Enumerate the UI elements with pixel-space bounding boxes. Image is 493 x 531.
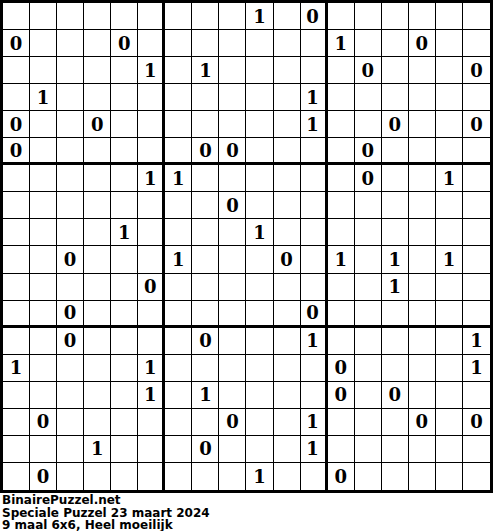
empty-cell-r14c11[interactable] xyxy=(301,382,328,409)
empty-cell-r8c8[interactable] xyxy=(219,219,246,246)
empty-cell-r10c6[interactable] xyxy=(165,274,192,301)
empty-cell-r1c17[interactable] xyxy=(463,30,490,57)
clue-cell-r1c4: 0 xyxy=(111,30,138,57)
empty-cell-r13c10[interactable] xyxy=(274,355,301,382)
empty-cell-r5c12[interactable] xyxy=(328,138,355,165)
empty-cell-r11c12[interactable] xyxy=(328,301,355,328)
clue-cell-r2c17: 0 xyxy=(463,57,490,84)
empty-cell-r2c0[interactable] xyxy=(3,57,30,84)
empty-cell-r4c16[interactable] xyxy=(436,111,463,138)
empty-cell-r6c3[interactable] xyxy=(84,165,111,192)
empty-cell-r10c16[interactable] xyxy=(436,274,463,301)
empty-cell-r12c13[interactable] xyxy=(355,328,382,355)
empty-cell-r10c3[interactable] xyxy=(84,274,111,301)
clue-cell-r9c16: 1 xyxy=(436,246,463,273)
empty-cell-r1c3[interactable] xyxy=(84,30,111,57)
empty-cell-r5c16[interactable] xyxy=(436,138,463,165)
empty-cell-r17c7[interactable] xyxy=(192,463,219,490)
empty-cell-r2c3[interactable] xyxy=(84,57,111,84)
empty-cell-r4c9[interactable] xyxy=(246,111,273,138)
empty-cell-r13c4[interactable] xyxy=(111,355,138,382)
empty-cell-r13c16[interactable] xyxy=(436,355,463,382)
empty-cell-r16c12[interactable] xyxy=(328,436,355,463)
empty-cell-r8c7[interactable] xyxy=(192,219,219,246)
empty-cell-r12c14[interactable] xyxy=(382,328,409,355)
empty-cell-r12c12[interactable] xyxy=(328,328,355,355)
empty-cell-r7c2[interactable] xyxy=(57,192,84,219)
empty-cell-r3c5[interactable] xyxy=(138,84,165,111)
empty-cell-r5c11[interactable] xyxy=(301,138,328,165)
empty-cell-r3c10[interactable] xyxy=(274,84,301,111)
empty-cell-r6c2[interactable] xyxy=(57,165,84,192)
empty-cell-r11c3[interactable] xyxy=(84,301,111,328)
empty-cell-r6c12[interactable] xyxy=(328,165,355,192)
clue-cell-r17c12: 0 xyxy=(328,463,355,490)
empty-cell-r3c7[interactable] xyxy=(192,84,219,111)
empty-cell-r6c0[interactable] xyxy=(3,165,30,192)
empty-cell-r14c13[interactable] xyxy=(355,382,382,409)
clue-cell-r8c9: 1 xyxy=(246,219,273,246)
empty-cell-r3c3[interactable] xyxy=(84,84,111,111)
empty-cell-r2c16[interactable] xyxy=(436,57,463,84)
empty-cell-r9c15[interactable] xyxy=(409,246,436,273)
clue-cell-r14c5: 1 xyxy=(138,382,165,409)
empty-cell-r0c7[interactable] xyxy=(192,3,219,30)
empty-cell-r11c6[interactable] xyxy=(165,301,192,328)
empty-cell-r14c16[interactable] xyxy=(436,382,463,409)
empty-cell-r10c1[interactable] xyxy=(30,274,57,301)
empty-cell-r8c11[interactable] xyxy=(301,219,328,246)
empty-cell-r16c13[interactable] xyxy=(355,436,382,463)
clue-cell-r9c14: 1 xyxy=(382,246,409,273)
empty-cell-r0c13[interactable] xyxy=(355,3,382,30)
empty-cell-r13c1[interactable] xyxy=(30,355,57,382)
empty-cell-r2c6[interactable] xyxy=(165,57,192,84)
empty-cell-r15c9[interactable] xyxy=(246,409,273,436)
empty-cell-r8c3[interactable] xyxy=(84,219,111,246)
empty-cell-r11c17[interactable] xyxy=(463,301,490,328)
empty-cell-r11c15[interactable] xyxy=(409,301,436,328)
empty-cell-r0c6[interactable] xyxy=(165,3,192,30)
empty-cell-r2c8[interactable] xyxy=(219,57,246,84)
empty-cell-r2c4[interactable] xyxy=(111,57,138,84)
empty-cell-r10c17[interactable] xyxy=(463,274,490,301)
empty-cell-r13c14[interactable] xyxy=(382,355,409,382)
empty-cell-r10c2[interactable] xyxy=(57,274,84,301)
empty-cell-r11c16[interactable] xyxy=(436,301,463,328)
empty-cell-r15c0[interactable] xyxy=(3,409,30,436)
empty-cell-r7c1[interactable] xyxy=(30,192,57,219)
empty-cell-r7c16[interactable] xyxy=(436,192,463,219)
empty-cell-r6c17[interactable] xyxy=(463,165,490,192)
puzzle-spec: 9 maal 6x6, Heel moeilijk xyxy=(2,519,493,531)
empty-cell-r16c16[interactable] xyxy=(436,436,463,463)
empty-cell-r0c14[interactable] xyxy=(382,3,409,30)
empty-cell-r0c5[interactable] xyxy=(138,3,165,30)
empty-cell-r11c0[interactable] xyxy=(3,301,30,328)
empty-cell-r15c3[interactable] xyxy=(84,409,111,436)
empty-cell-r8c2[interactable] xyxy=(57,219,84,246)
empty-cell-r11c7[interactable] xyxy=(192,301,219,328)
empty-cell-r17c2[interactable] xyxy=(57,463,84,490)
empty-cell-r12c3[interactable] xyxy=(84,328,111,355)
empty-cell-r2c9[interactable] xyxy=(246,57,273,84)
empty-cell-r14c9[interactable] xyxy=(246,382,273,409)
empty-cell-r4c10[interactable] xyxy=(274,111,301,138)
empty-cell-r13c15[interactable] xyxy=(409,355,436,382)
empty-cell-r11c10[interactable] xyxy=(274,301,301,328)
empty-cell-r13c2[interactable] xyxy=(57,355,84,382)
empty-cell-r7c6[interactable] xyxy=(165,192,192,219)
empty-cell-r5c17[interactable] xyxy=(463,138,490,165)
empty-cell-r3c0[interactable] xyxy=(3,84,30,111)
empty-cell-r9c0[interactable] xyxy=(3,246,30,273)
empty-cell-r4c1[interactable] xyxy=(30,111,57,138)
clue-cell-r14c14: 0 xyxy=(382,382,409,409)
empty-cell-r12c6[interactable] xyxy=(165,328,192,355)
clue-cell-r15c17: 0 xyxy=(463,409,490,436)
clue-cell-r6c13: 0 xyxy=(355,165,382,192)
empty-cell-r12c16[interactable] xyxy=(436,328,463,355)
empty-cell-r3c6[interactable] xyxy=(165,84,192,111)
clue-cell-r6c5: 1 xyxy=(138,165,165,192)
empty-cell-r14c2[interactable] xyxy=(57,382,84,409)
empty-cell-r9c7[interactable] xyxy=(192,246,219,273)
clue-cell-r4c17: 0 xyxy=(463,111,490,138)
empty-cell-r4c13[interactable] xyxy=(355,111,382,138)
empty-cell-r11c1[interactable] xyxy=(30,301,57,328)
empty-cell-r7c4[interactable] xyxy=(111,192,138,219)
empty-cell-r5c10[interactable] xyxy=(274,138,301,165)
empty-cell-r16c17[interactable] xyxy=(463,436,490,463)
empty-cell-r5c9[interactable] xyxy=(246,138,273,165)
empty-cell-r6c4[interactable] xyxy=(111,165,138,192)
empty-cell-r7c15[interactable] xyxy=(409,192,436,219)
empty-cell-r16c5[interactable] xyxy=(138,436,165,463)
clue-cell-r6c6: 1 xyxy=(165,165,192,192)
clue-cell-r15c11: 1 xyxy=(301,409,328,436)
clue-cell-r5c0: 0 xyxy=(3,138,30,165)
empty-cell-r5c5[interactable] xyxy=(138,138,165,165)
empty-cell-r13c9[interactable] xyxy=(246,355,273,382)
empty-cell-r11c5[interactable] xyxy=(138,301,165,328)
empty-cell-r7c13[interactable] xyxy=(355,192,382,219)
empty-cell-r1c1[interactable] xyxy=(30,30,57,57)
empty-cell-r10c0[interactable] xyxy=(3,274,30,301)
empty-cell-r3c9[interactable] xyxy=(246,84,273,111)
empty-cell-r1c14[interactable] xyxy=(382,30,409,57)
empty-cell-r6c7[interactable] xyxy=(192,165,219,192)
empty-cell-r14c8[interactable] xyxy=(219,382,246,409)
empty-cell-r16c9[interactable] xyxy=(246,436,273,463)
empty-cell-r8c16[interactable] xyxy=(436,219,463,246)
empty-cell-r2c10[interactable] xyxy=(274,57,301,84)
empty-cell-r7c10[interactable] xyxy=(274,192,301,219)
clue-cell-r16c3: 1 xyxy=(84,436,111,463)
empty-cell-r17c17[interactable] xyxy=(463,463,490,490)
clue-cell-r12c17: 1 xyxy=(463,328,490,355)
empty-cell-r17c10[interactable] xyxy=(274,463,301,490)
empty-cell-r6c10[interactable] xyxy=(274,165,301,192)
empty-cell-r2c11[interactable] xyxy=(301,57,328,84)
empty-cell-r14c17[interactable] xyxy=(463,382,490,409)
empty-cell-r9c8[interactable] xyxy=(219,246,246,273)
empty-cell-r0c17[interactable] xyxy=(463,3,490,30)
empty-cell-r1c9[interactable] xyxy=(246,30,273,57)
empty-cell-r6c11[interactable] xyxy=(301,165,328,192)
empty-cell-r14c1[interactable] xyxy=(30,382,57,409)
empty-cell-r10c15[interactable] xyxy=(409,274,436,301)
empty-cell-r10c11[interactable] xyxy=(301,274,328,301)
empty-cell-r17c5[interactable] xyxy=(138,463,165,490)
clue-cell-r13c12: 0 xyxy=(328,355,355,382)
empty-cell-r2c12[interactable] xyxy=(328,57,355,84)
clue-cell-r12c11: 1 xyxy=(301,328,328,355)
empty-cell-r9c13[interactable] xyxy=(355,246,382,273)
empty-cell-r11c4[interactable] xyxy=(111,301,138,328)
empty-cell-r3c2[interactable] xyxy=(57,84,84,111)
clue-cell-r17c1: 0 xyxy=(30,463,57,490)
empty-cell-r1c8[interactable] xyxy=(219,30,246,57)
empty-cell-r10c13[interactable] xyxy=(355,274,382,301)
empty-cell-r15c4[interactable] xyxy=(111,409,138,436)
empty-cell-r7c7[interactable] xyxy=(192,192,219,219)
empty-cell-r13c13[interactable] xyxy=(355,355,382,382)
empty-cell-r15c12[interactable] xyxy=(328,409,355,436)
empty-cell-r13c8[interactable] xyxy=(219,355,246,382)
clue-cell-r16c7: 0 xyxy=(192,436,219,463)
empty-cell-r16c15[interactable] xyxy=(409,436,436,463)
empty-cell-r16c1[interactable] xyxy=(30,436,57,463)
clue-cell-r1c0: 0 xyxy=(3,30,30,57)
empty-cell-r4c6[interactable] xyxy=(165,111,192,138)
empty-cell-r0c2[interactable] xyxy=(57,3,84,30)
empty-cell-r15c6[interactable] xyxy=(165,409,192,436)
empty-cell-r7c12[interactable] xyxy=(328,192,355,219)
empty-cell-r8c6[interactable] xyxy=(165,219,192,246)
empty-cell-r17c3[interactable] xyxy=(84,463,111,490)
empty-cell-r14c3[interactable] xyxy=(84,382,111,409)
empty-cell-r10c12[interactable] xyxy=(328,274,355,301)
clue-cell-r4c0: 0 xyxy=(3,111,30,138)
empty-cell-r17c6[interactable] xyxy=(165,463,192,490)
empty-cell-r17c11[interactable] xyxy=(301,463,328,490)
empty-cell-r0c15[interactable] xyxy=(409,3,436,30)
empty-cell-r3c4[interactable] xyxy=(111,84,138,111)
empty-cell-r14c4[interactable] xyxy=(111,382,138,409)
empty-cell-r0c4[interactable] xyxy=(111,3,138,30)
empty-cell-r5c2[interactable] xyxy=(57,138,84,165)
empty-cell-r8c14[interactable] xyxy=(382,219,409,246)
empty-cell-r7c11[interactable] xyxy=(301,192,328,219)
clue-cell-r0c11: 0 xyxy=(301,3,328,30)
clue-cell-r4c14: 0 xyxy=(382,111,409,138)
empty-cell-r4c2[interactable] xyxy=(57,111,84,138)
empty-cell-r9c1[interactable] xyxy=(30,246,57,273)
empty-cell-r1c6[interactable] xyxy=(165,30,192,57)
empty-cell-r0c16[interactable] xyxy=(436,3,463,30)
empty-cell-r10c9[interactable] xyxy=(246,274,273,301)
empty-cell-r1c5[interactable] xyxy=(138,30,165,57)
empty-cell-r15c14[interactable] xyxy=(382,409,409,436)
empty-cell-r12c4[interactable] xyxy=(111,328,138,355)
empty-cell-r15c2[interactable] xyxy=(57,409,84,436)
empty-cell-r6c15[interactable] xyxy=(409,165,436,192)
empty-cell-r6c1[interactable] xyxy=(30,165,57,192)
empty-cell-r1c13[interactable] xyxy=(355,30,382,57)
empty-cell-r8c1[interactable] xyxy=(30,219,57,246)
empty-cell-r16c6[interactable] xyxy=(165,436,192,463)
empty-cell-r5c15[interactable] xyxy=(409,138,436,165)
empty-cell-r0c10[interactable] xyxy=(274,3,301,30)
clue-cell-r3c1: 1 xyxy=(30,84,57,111)
empty-cell-r16c8[interactable] xyxy=(219,436,246,463)
empty-cell-r3c8[interactable] xyxy=(219,84,246,111)
empty-cell-r7c17[interactable] xyxy=(463,192,490,219)
empty-cell-r5c14[interactable] xyxy=(382,138,409,165)
empty-cell-r17c0[interactable] xyxy=(3,463,30,490)
empty-cell-r2c14[interactable] xyxy=(382,57,409,84)
empty-cell-r0c12[interactable] xyxy=(328,3,355,30)
empty-cell-r8c10[interactable] xyxy=(274,219,301,246)
empty-cell-r16c10[interactable] xyxy=(274,436,301,463)
empty-cell-r10c4[interactable] xyxy=(111,274,138,301)
empty-cell-r8c13[interactable] xyxy=(355,219,382,246)
empty-cell-r0c0[interactable] xyxy=(3,3,30,30)
empty-cell-r1c16[interactable] xyxy=(436,30,463,57)
empty-cell-r11c13[interactable] xyxy=(355,301,382,328)
empty-cell-r15c13[interactable] xyxy=(355,409,382,436)
clue-cell-r5c13: 0 xyxy=(355,138,382,165)
clue-cell-r9c2: 0 xyxy=(57,246,84,273)
empty-cell-r13c7[interactable] xyxy=(192,355,219,382)
empty-cell-r15c7[interactable] xyxy=(192,409,219,436)
empty-cell-r17c16[interactable] xyxy=(436,463,463,490)
empty-cell-r1c10[interactable] xyxy=(274,30,301,57)
empty-cell-r15c10[interactable] xyxy=(274,409,301,436)
empty-cell-r8c17[interactable] xyxy=(463,219,490,246)
empty-cell-r13c11[interactable] xyxy=(301,355,328,382)
empty-cell-r9c11[interactable] xyxy=(301,246,328,273)
empty-cell-r3c13[interactable] xyxy=(355,84,382,111)
empty-cell-r6c8[interactable] xyxy=(219,165,246,192)
empty-cell-r12c9[interactable] xyxy=(246,328,273,355)
clue-cell-r13c0: 1 xyxy=(3,355,30,382)
empty-cell-r15c5[interactable] xyxy=(138,409,165,436)
empty-cell-r6c9[interactable] xyxy=(246,165,273,192)
empty-cell-r10c7[interactable] xyxy=(192,274,219,301)
empty-cell-r9c9[interactable] xyxy=(246,246,273,273)
empty-cell-r17c4[interactable] xyxy=(111,463,138,490)
empty-cell-r13c3[interactable] xyxy=(84,355,111,382)
clue-cell-r8c4: 1 xyxy=(111,219,138,246)
empty-cell-r1c11[interactable] xyxy=(301,30,328,57)
empty-cell-r15c16[interactable] xyxy=(436,409,463,436)
empty-cell-r14c10[interactable] xyxy=(274,382,301,409)
empty-cell-r10c8[interactable] xyxy=(219,274,246,301)
empty-cell-r10c10[interactable] xyxy=(274,274,301,301)
clue-cell-r2c5: 1 xyxy=(138,57,165,84)
empty-cell-r5c6[interactable] xyxy=(165,138,192,165)
empty-cell-r17c8[interactable] xyxy=(219,463,246,490)
empty-cell-r9c17[interactable] xyxy=(463,246,490,273)
empty-cell-r16c2[interactable] xyxy=(57,436,84,463)
empty-cell-r7c9[interactable] xyxy=(246,192,273,219)
empty-cell-r0c3[interactable] xyxy=(84,3,111,30)
empty-cell-r8c5[interactable] xyxy=(138,219,165,246)
empty-cell-r14c15[interactable] xyxy=(409,382,436,409)
empty-cell-r0c8[interactable] xyxy=(219,3,246,30)
clue-cell-r1c12: 1 xyxy=(328,30,355,57)
empty-cell-r7c5[interactable] xyxy=(138,192,165,219)
clue-cell-r15c15: 0 xyxy=(409,409,436,436)
empty-cell-r7c3[interactable] xyxy=(84,192,111,219)
empty-cell-r5c4[interactable] xyxy=(111,138,138,165)
empty-cell-r4c5[interactable] xyxy=(138,111,165,138)
empty-cell-r1c2[interactable] xyxy=(57,30,84,57)
empty-cell-r9c3[interactable] xyxy=(84,246,111,273)
empty-cell-r3c15[interactable] xyxy=(409,84,436,111)
empty-cell-r12c0[interactable] xyxy=(3,328,30,355)
empty-cell-r17c14[interactable] xyxy=(382,463,409,490)
empty-cell-r16c14[interactable] xyxy=(382,436,409,463)
empty-cell-r4c12[interactable] xyxy=(328,111,355,138)
empty-cell-r0c1[interactable] xyxy=(30,3,57,30)
empty-cell-r3c12[interactable] xyxy=(328,84,355,111)
footer: BinairePuzzel.net Speciale Puzzel 23 maa… xyxy=(0,493,493,531)
empty-cell-r13c6[interactable] xyxy=(165,355,192,382)
clue-cell-r11c11: 0 xyxy=(301,301,328,328)
empty-cell-r16c0[interactable] xyxy=(3,436,30,463)
empty-cell-r8c12[interactable] xyxy=(328,219,355,246)
empty-cell-r12c5[interactable] xyxy=(138,328,165,355)
empty-cell-r12c15[interactable] xyxy=(409,328,436,355)
empty-cell-r17c13[interactable] xyxy=(355,463,382,490)
empty-cell-r6c14[interactable] xyxy=(382,165,409,192)
empty-cell-r14c6[interactable] xyxy=(165,382,192,409)
empty-cell-r3c17[interactable] xyxy=(463,84,490,111)
empty-cell-r4c8[interactable] xyxy=(219,111,246,138)
empty-cell-r3c14[interactable] xyxy=(382,84,409,111)
empty-cell-r5c1[interactable] xyxy=(30,138,57,165)
empty-cell-r9c5[interactable] xyxy=(138,246,165,273)
empty-cell-r8c0[interactable] xyxy=(3,219,30,246)
empty-cell-r1c7[interactable] xyxy=(192,30,219,57)
empty-cell-r17c15[interactable] xyxy=(409,463,436,490)
empty-cell-r9c4[interactable] xyxy=(111,246,138,273)
empty-cell-r12c8[interactable] xyxy=(219,328,246,355)
empty-cell-r3c16[interactable] xyxy=(436,84,463,111)
empty-cell-r2c15[interactable] xyxy=(409,57,436,84)
empty-cell-r11c8[interactable] xyxy=(219,301,246,328)
empty-cell-r4c4[interactable] xyxy=(111,111,138,138)
empty-cell-r12c1[interactable] xyxy=(30,328,57,355)
empty-cell-r7c14[interactable] xyxy=(382,192,409,219)
site-name: BinairePuzzel.net xyxy=(2,494,493,507)
empty-cell-r2c2[interactable] xyxy=(57,57,84,84)
empty-cell-r11c9[interactable] xyxy=(246,301,273,328)
empty-cell-r2c1[interactable] xyxy=(30,57,57,84)
empty-cell-r16c4[interactable] xyxy=(111,436,138,463)
empty-cell-r4c15[interactable] xyxy=(409,111,436,138)
empty-cell-r4c7[interactable] xyxy=(192,111,219,138)
empty-cell-r11c14[interactable] xyxy=(382,301,409,328)
empty-cell-r12c10[interactable] xyxy=(274,328,301,355)
empty-cell-r14c0[interactable] xyxy=(3,382,30,409)
empty-cell-r8c15[interactable] xyxy=(409,219,436,246)
empty-cell-r7c0[interactable] xyxy=(3,192,30,219)
empty-cell-r5c3[interactable] xyxy=(84,138,111,165)
